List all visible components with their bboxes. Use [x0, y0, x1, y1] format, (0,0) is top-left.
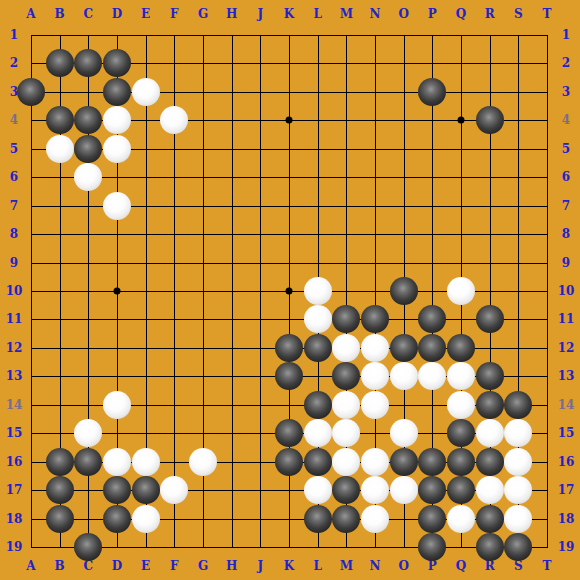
stone-black-M11[interactable]: [332, 305, 360, 333]
stone-black-K13[interactable]: [275, 362, 303, 390]
stone-white-N18[interactable]: [361, 505, 389, 533]
go-board[interactable]: ABCDEFGHJKLMNOPQRST ABCDEFGHJKLMNOPQRST …: [0, 0, 580, 580]
stone-white-G16[interactable]: [189, 448, 217, 476]
stone-black-Q17[interactable]: [447, 476, 475, 504]
stone-black-R13[interactable]: [476, 362, 504, 390]
stone-white-B5[interactable]: [46, 135, 74, 163]
stone-black-P3[interactable]: [418, 78, 446, 106]
stone-black-M13[interactable]: [332, 362, 360, 390]
stone-black-Q15[interactable]: [447, 419, 475, 447]
stone-white-L11[interactable]: [304, 305, 332, 333]
stone-white-D4[interactable]: [103, 106, 131, 134]
stone-black-R4[interactable]: [476, 106, 504, 134]
stone-white-Q10[interactable]: [447, 277, 475, 305]
stone-white-F4[interactable]: [160, 106, 188, 134]
stone-white-L17[interactable]: [304, 476, 332, 504]
stone-black-E17[interactable]: [132, 476, 160, 504]
stone-black-O12[interactable]: [390, 334, 418, 362]
stone-white-O15[interactable]: [390, 419, 418, 447]
stone-white-N17[interactable]: [361, 476, 389, 504]
stone-black-P12[interactable]: [418, 334, 446, 362]
stone-white-Q14[interactable]: [447, 391, 475, 419]
stone-black-M17[interactable]: [332, 476, 360, 504]
stone-white-N16[interactable]: [361, 448, 389, 476]
stone-black-S14[interactable]: [504, 391, 532, 419]
stone-white-N12[interactable]: [361, 334, 389, 362]
stone-black-C19[interactable]: [74, 533, 102, 561]
stone-black-K16[interactable]: [275, 448, 303, 476]
stone-black-C2[interactable]: [74, 49, 102, 77]
stone-white-O17[interactable]: [390, 476, 418, 504]
stone-white-O13[interactable]: [390, 362, 418, 390]
stone-white-P13[interactable]: [418, 362, 446, 390]
stone-white-M12[interactable]: [332, 334, 360, 362]
stone-black-P18[interactable]: [418, 505, 446, 533]
stone-black-R11[interactable]: [476, 305, 504, 333]
stone-white-L10[interactable]: [304, 277, 332, 305]
stone-black-Q16[interactable]: [447, 448, 475, 476]
stone-black-C5[interactable]: [74, 135, 102, 163]
stone-white-L15[interactable]: [304, 419, 332, 447]
stone-black-D17[interactable]: [103, 476, 131, 504]
stone-black-P19[interactable]: [418, 533, 446, 561]
stone-black-O10[interactable]: [390, 277, 418, 305]
stone-black-L16[interactable]: [304, 448, 332, 476]
stone-white-Q18[interactable]: [447, 505, 475, 533]
stone-white-M15[interactable]: [332, 419, 360, 447]
stone-black-C4[interactable]: [74, 106, 102, 134]
stone-black-L12[interactable]: [304, 334, 332, 362]
stone-black-R16[interactable]: [476, 448, 504, 476]
stone-white-N14[interactable]: [361, 391, 389, 419]
stone-black-M18[interactable]: [332, 505, 360, 533]
stone-white-D14[interactable]: [103, 391, 131, 419]
stone-black-D18[interactable]: [103, 505, 131, 533]
stone-black-R18[interactable]: [476, 505, 504, 533]
stone-black-P11[interactable]: [418, 305, 446, 333]
stone-white-E3[interactable]: [132, 78, 160, 106]
stone-white-N13[interactable]: [361, 362, 389, 390]
stone-black-B2[interactable]: [46, 49, 74, 77]
stone-black-C16[interactable]: [74, 448, 102, 476]
stone-black-B18[interactable]: [46, 505, 74, 533]
stone-white-S18[interactable]: [504, 505, 532, 533]
stone-white-Q13[interactable]: [447, 362, 475, 390]
stone-black-L18[interactable]: [304, 505, 332, 533]
stone-black-D3[interactable]: [103, 78, 131, 106]
stone-black-Q12[interactable]: [447, 334, 475, 362]
stone-white-C6[interactable]: [74, 163, 102, 191]
stones: [0, 0, 580, 580]
stone-white-D16[interactable]: [103, 448, 131, 476]
stone-white-R15[interactable]: [476, 419, 504, 447]
stone-black-B4[interactable]: [46, 106, 74, 134]
stone-black-S19[interactable]: [504, 533, 532, 561]
stone-black-A3[interactable]: [17, 78, 45, 106]
stone-white-E18[interactable]: [132, 505, 160, 533]
stone-white-D5[interactable]: [103, 135, 131, 163]
stone-black-N11[interactable]: [361, 305, 389, 333]
stone-black-D2[interactable]: [103, 49, 131, 77]
stone-white-E16[interactable]: [132, 448, 160, 476]
stone-white-M14[interactable]: [332, 391, 360, 419]
stone-white-S16[interactable]: [504, 448, 532, 476]
stone-white-S17[interactable]: [504, 476, 532, 504]
stone-black-B17[interactable]: [46, 476, 74, 504]
stone-black-L14[interactable]: [304, 391, 332, 419]
stone-white-S15[interactable]: [504, 419, 532, 447]
stone-black-K12[interactable]: [275, 334, 303, 362]
stone-black-R19[interactable]: [476, 533, 504, 561]
stone-white-M16[interactable]: [332, 448, 360, 476]
stone-white-D7[interactable]: [103, 192, 131, 220]
stone-black-R14[interactable]: [476, 391, 504, 419]
stone-black-O16[interactable]: [390, 448, 418, 476]
stone-white-C15[interactable]: [74, 419, 102, 447]
stone-white-F17[interactable]: [160, 476, 188, 504]
stone-white-R17[interactable]: [476, 476, 504, 504]
stone-black-P17[interactable]: [418, 476, 446, 504]
stone-black-K15[interactable]: [275, 419, 303, 447]
stone-black-P16[interactable]: [418, 448, 446, 476]
stone-black-B16[interactable]: [46, 448, 74, 476]
